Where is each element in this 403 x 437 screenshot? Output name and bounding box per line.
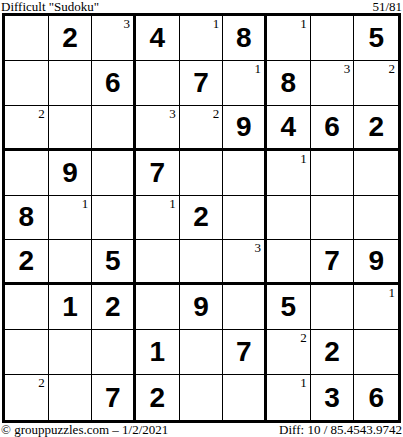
cell-r6c4[interactable] (136, 240, 180, 285)
cell-r3c3[interactable] (92, 106, 136, 151)
corner-mark: 3 (255, 241, 262, 254)
cell-r2c4[interactable] (136, 61, 180, 106)
cell-r3c6: 9 (223, 106, 267, 151)
cell-r6c1: 2 (5, 240, 49, 285)
cell-r6c3: 5 (92, 240, 136, 285)
cell-r6c6[interactable]: 3 (223, 240, 267, 285)
given-digit: 8 (281, 69, 297, 97)
cell-r9c9: 6 (354, 375, 398, 420)
given-digit: 8 (236, 24, 252, 52)
given-digit: 2 (193, 203, 209, 231)
cell-r7c4[interactable] (136, 285, 180, 330)
cell-r9c2[interactable] (49, 375, 93, 420)
cell-r5c3[interactable] (92, 196, 136, 241)
cell-r2c6[interactable]: 1 (223, 61, 267, 106)
cell-r4c8[interactable] (311, 151, 355, 196)
cell-r7c6[interactable] (223, 285, 267, 330)
cell-r1c4: 4 (136, 16, 180, 61)
cell-r9c1[interactable]: 2 (5, 375, 49, 420)
cell-r9c4: 2 (136, 375, 180, 420)
cell-r1c1[interactable] (5, 16, 49, 61)
cell-r8c3[interactable] (92, 330, 136, 375)
given-digit: 1 (150, 338, 166, 366)
cell-r9c7[interactable]: 1 (267, 375, 311, 420)
corner-mark: 2 (389, 62, 396, 75)
cell-r7c3: 2 (92, 285, 136, 330)
corner-mark: 1 (300, 17, 307, 30)
corner-mark: 3 (169, 107, 176, 120)
given-digit: 6 (105, 69, 121, 97)
cell-r7c2: 1 (49, 285, 93, 330)
cell-r4c5[interactable] (180, 151, 224, 196)
cell-r8c8: 2 (311, 330, 355, 375)
cell-r6c8: 7 (311, 240, 355, 285)
given-digit: 2 (324, 338, 340, 366)
given-digit: 2 (19, 247, 35, 275)
cell-r8c5[interactable] (180, 330, 224, 375)
given-digit: 6 (324, 113, 340, 141)
cell-r4c3[interactable] (92, 151, 136, 196)
given-digit: 2 (62, 24, 78, 52)
given-digit: 5 (368, 24, 384, 52)
cell-r5c1: 8 (5, 196, 49, 241)
cell-r2c7: 8 (267, 61, 311, 106)
given-digit: 7 (324, 247, 340, 275)
cell-r2c2[interactable] (49, 61, 93, 106)
cell-r9c5[interactable] (180, 375, 224, 420)
given-digit: 6 (368, 384, 384, 412)
given-digit: 4 (281, 113, 297, 141)
cell-r4c6[interactable] (223, 151, 267, 196)
cell-r7c8[interactable] (311, 285, 355, 330)
given-digit: 2 (150, 384, 166, 412)
cell-r3c9: 2 (354, 106, 398, 151)
corner-mark: 1 (300, 376, 307, 389)
cell-r6c9: 9 (354, 240, 398, 285)
given-digit: 7 (236, 338, 252, 366)
corner-mark: 2 (38, 376, 45, 389)
cell-r1c8[interactable] (311, 16, 355, 61)
given-digit: 2 (368, 113, 384, 141)
given-digit: 7 (150, 159, 166, 187)
cell-r9c8: 3 (311, 375, 355, 420)
cell-r6c7[interactable] (267, 240, 311, 285)
given-digit: 9 (236, 113, 252, 141)
given-digit: 7 (193, 69, 209, 97)
cell-r3c7: 4 (267, 106, 311, 151)
corner-mark: 1 (169, 197, 176, 210)
corner-mark: 1 (82, 197, 89, 210)
given-digit: 9 (193, 293, 209, 321)
corner-mark: 3 (344, 62, 351, 75)
cell-r5c6[interactable] (223, 196, 267, 241)
cell-r5c7[interactable] (267, 196, 311, 241)
cell-r8c4: 1 (136, 330, 180, 375)
cell-r3c4[interactable]: 3 (136, 106, 180, 151)
corner-mark: 1 (213, 17, 220, 30)
cell-r2c9[interactable]: 2 (354, 61, 398, 106)
given-digit: 9 (368, 247, 384, 275)
cell-r5c9[interactable] (354, 196, 398, 241)
cell-r3c2[interactable] (49, 106, 93, 151)
cell-r6c5[interactable] (180, 240, 224, 285)
cell-r8c1[interactable] (5, 330, 49, 375)
given-digit: 3 (324, 384, 340, 412)
puzzle-header: Difficult "Sudoku" 51/81 (0, 0, 403, 13)
cell-r8c2[interactable] (49, 330, 93, 375)
corner-mark: 2 (38, 107, 45, 120)
cell-r4c9[interactable] (354, 151, 398, 196)
cell-r6c2[interactable] (49, 240, 93, 285)
copyright-text: © grouppuzzles.com – 1/2/2021 (1, 423, 168, 437)
cell-r1c9: 5 (354, 16, 398, 61)
cell-r1c2: 2 (49, 16, 93, 61)
cell-r2c5: 7 (180, 61, 224, 106)
page-root: Difficult "Sudoku" 51/81 234181567183223… (0, 0, 403, 437)
cell-r9c3: 7 (92, 375, 136, 420)
cell-r7c5: 9 (180, 285, 224, 330)
cell-r3c1[interactable]: 2 (5, 106, 49, 151)
cell-r1c6: 8 (223, 16, 267, 61)
given-digit: 5 (281, 293, 297, 321)
corner-mark: 1 (300, 152, 307, 165)
cell-r5c2[interactable]: 1 (49, 196, 93, 241)
cell-r8c7[interactable]: 2 (267, 330, 311, 375)
cell-r8c6: 7 (223, 330, 267, 375)
corner-mark: 2 (300, 331, 307, 344)
cell-r5c4[interactable]: 1 (136, 196, 180, 241)
given-digit: 7 (105, 384, 121, 412)
cell-r4c2: 9 (49, 151, 93, 196)
cell-r8c9[interactable] (354, 330, 398, 375)
puzzle-title: Difficult "Sudoku" (1, 0, 99, 13)
sudoku-board: 2341815671832232946297181122537912951172… (2, 13, 401, 423)
corner-mark: 1 (389, 286, 396, 299)
cell-r3c5[interactable]: 2 (180, 106, 224, 151)
cell-r7c1[interactable] (5, 285, 49, 330)
given-digit: 1 (62, 293, 78, 321)
puzzle-footer: © grouppuzzles.com – 1/2/2021 Diff: 10 /… (0, 422, 403, 437)
cell-r4c1[interactable] (5, 151, 49, 196)
cell-r4c4: 7 (136, 151, 180, 196)
given-digit: 9 (62, 159, 78, 187)
corner-mark: 3 (124, 17, 131, 30)
cell-r1c7[interactable]: 1 (267, 16, 311, 61)
given-digit: 4 (150, 24, 166, 52)
cell-r2c8[interactable]: 3 (311, 61, 355, 106)
cell-r5c8[interactable] (311, 196, 355, 241)
corner-mark: 1 (255, 62, 262, 75)
given-digit: 2 (105, 293, 121, 321)
cell-r5c5: 2 (180, 196, 224, 241)
empty-cell-counter: 51/81 (372, 0, 402, 13)
cell-r1c5[interactable]: 1 (180, 16, 224, 61)
cell-r9c6[interactable] (223, 375, 267, 420)
cell-r7c9[interactable]: 1 (354, 285, 398, 330)
cell-r1c3[interactable]: 3 (92, 16, 136, 61)
difficulty-text: Diff: 10 / 85.4543.9742 (279, 423, 402, 437)
given-digit: 5 (105, 247, 121, 275)
cell-r4c7[interactable]: 1 (267, 151, 311, 196)
cell-r7c7: 5 (267, 285, 311, 330)
given-digit: 8 (19, 203, 35, 231)
cell-r2c3: 6 (92, 61, 136, 106)
cell-r3c8: 6 (311, 106, 355, 151)
corner-mark: 2 (213, 107, 220, 120)
cell-r2c1[interactable] (5, 61, 49, 106)
